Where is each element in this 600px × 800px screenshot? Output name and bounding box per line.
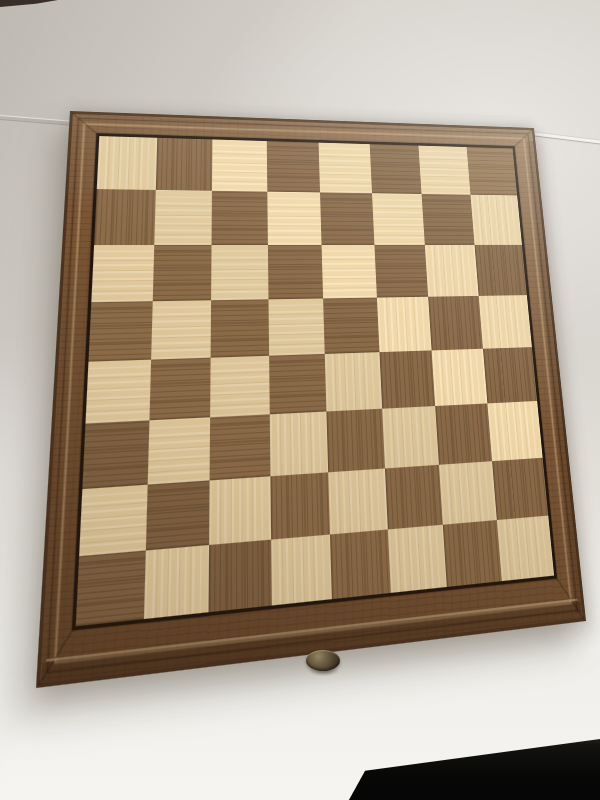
square-d4[interactable]	[269, 354, 327, 415]
square-c2[interactable]	[209, 476, 271, 545]
square-a5[interactable]	[88, 301, 152, 362]
board-playing-area	[76, 136, 554, 626]
square-f3[interactable]	[382, 406, 439, 468]
square-g8[interactable]	[418, 146, 470, 195]
square-g2[interactable]	[439, 461, 496, 525]
square-g3[interactable]	[435, 404, 491, 465]
square-d2[interactable]	[270, 472, 330, 540]
square-h8[interactable]	[466, 147, 517, 196]
square-g6[interactable]	[425, 244, 478, 296]
square-d8[interactable]	[266, 141, 320, 193]
square-c3[interactable]	[210, 415, 270, 480]
square-c4[interactable]	[210, 356, 269, 418]
drawer-knob[interactable]	[306, 650, 340, 671]
square-d6[interactable]	[267, 244, 323, 299]
square-f2[interactable]	[384, 464, 442, 529]
square-a2[interactable]	[79, 484, 147, 556]
square-f5[interactable]	[376, 296, 431, 352]
square-c1[interactable]	[209, 539, 272, 612]
square-f4[interactable]	[379, 350, 435, 409]
square-e4[interactable]	[325, 352, 382, 412]
square-a8[interactable]	[97, 136, 157, 190]
square-e1[interactable]	[330, 529, 390, 599]
dark-sliver-top-left	[0, 0, 58, 7]
square-a7[interactable]	[94, 189, 155, 244]
square-h2[interactable]	[492, 457, 549, 520]
square-b5[interactable]	[151, 300, 211, 360]
square-h6[interactable]	[474, 244, 527, 295]
square-d3[interactable]	[269, 412, 328, 476]
square-f8[interactable]	[369, 144, 421, 194]
square-a1[interactable]	[76, 550, 146, 626]
square-h7[interactable]	[470, 195, 522, 245]
photo-background	[0, 0, 600, 800]
square-b2[interactable]	[145, 480, 209, 550]
square-e7[interactable]	[320, 193, 374, 245]
square-a4[interactable]	[85, 360, 150, 424]
square-b1[interactable]	[143, 545, 209, 619]
square-g5[interactable]	[428, 296, 482, 351]
square-g7[interactable]	[422, 194, 475, 244]
square-g4[interactable]	[432, 349, 487, 407]
square-d7[interactable]	[267, 192, 322, 245]
square-d1[interactable]	[271, 534, 332, 605]
square-b7[interactable]	[154, 190, 212, 244]
square-e2[interactable]	[328, 468, 387, 534]
square-f7[interactable]	[372, 193, 425, 244]
square-c8[interactable]	[212, 139, 267, 191]
square-h5[interactable]	[478, 295, 532, 349]
square-h4[interactable]	[483, 347, 538, 404]
square-f1[interactable]	[387, 524, 446, 592]
square-c7[interactable]	[212, 191, 268, 244]
table-seam-line-right	[531, 132, 600, 144]
square-b3[interactable]	[147, 418, 210, 485]
square-a6[interactable]	[91, 245, 153, 302]
square-e3[interactable]	[326, 409, 384, 472]
square-f6[interactable]	[374, 244, 428, 297]
chess-board	[36, 111, 586, 688]
square-h1[interactable]	[496, 515, 554, 581]
square-d5[interactable]	[268, 298, 325, 356]
table-seam-line-left	[0, 116, 72, 125]
square-e8[interactable]	[319, 143, 372, 194]
square-e5[interactable]	[323, 297, 379, 354]
square-c6[interactable]	[211, 245, 268, 301]
square-a3[interactable]	[82, 421, 149, 489]
square-e6[interactable]	[322, 244, 377, 298]
square-b8[interactable]	[155, 138, 212, 191]
square-b4[interactable]	[149, 358, 211, 421]
square-h3[interactable]	[487, 401, 543, 460]
square-c5[interactable]	[211, 299, 269, 358]
square-g1[interactable]	[443, 520, 502, 587]
square-b6[interactable]	[152, 245, 211, 301]
dark-object-corner	[330, 735, 600, 800]
